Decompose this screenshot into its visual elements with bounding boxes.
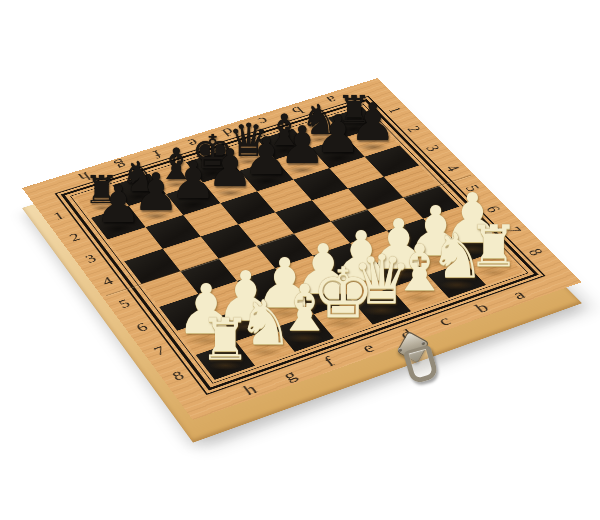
- chess-board: hhggffeeddccbbaa1122334455667788: [22, 78, 582, 420]
- product-photo: hhggffeeddccbbaa1122334455667788 ♜♞♝♛♚♝♞…: [0, 0, 600, 520]
- clasp-hasp: [403, 344, 439, 384]
